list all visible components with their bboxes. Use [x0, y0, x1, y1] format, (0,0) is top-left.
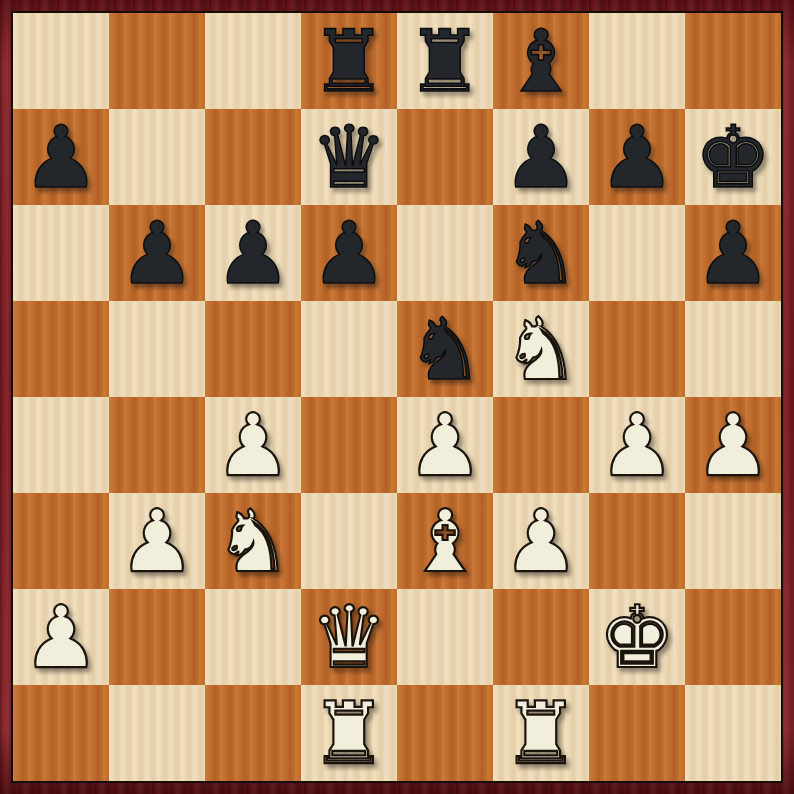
piece-black-pawn[interactable]: ♟ — [205, 205, 301, 301]
piece-white-rook[interactable]: ♜ — [301, 685, 397, 781]
square-a3[interactable] — [13, 493, 109, 589]
square-d7[interactable]: ♛ — [301, 109, 397, 205]
square-d5[interactable] — [301, 301, 397, 397]
square-b8[interactable] — [109, 13, 205, 109]
piece-black-bishop[interactable]: ♝ — [493, 13, 589, 109]
piece-black-pawn[interactable]: ♟ — [493, 109, 589, 205]
square-c8[interactable] — [205, 13, 301, 109]
piece-black-knight[interactable]: ♞ — [493, 205, 589, 301]
piece-white-rook[interactable]: ♜ — [493, 685, 589, 781]
piece-white-pawn[interactable]: ♟ — [397, 397, 493, 493]
square-e4[interactable]: ♟ — [397, 397, 493, 493]
piece-black-pawn[interactable]: ♟ — [109, 205, 205, 301]
square-h1[interactable] — [685, 685, 781, 781]
square-d8[interactable]: ♜ — [301, 13, 397, 109]
square-e6[interactable] — [397, 205, 493, 301]
piece-black-queen[interactable]: ♛ — [301, 109, 397, 205]
square-c7[interactable] — [205, 109, 301, 205]
square-g5[interactable] — [589, 301, 685, 397]
square-d6[interactable]: ♟ — [301, 205, 397, 301]
square-g1[interactable] — [589, 685, 685, 781]
square-f3[interactable]: ♟ — [493, 493, 589, 589]
piece-white-pawn[interactable]: ♟ — [205, 397, 301, 493]
piece-white-pawn[interactable]: ♟ — [493, 493, 589, 589]
square-a5[interactable] — [13, 301, 109, 397]
square-a7[interactable]: ♟ — [13, 109, 109, 205]
square-h3[interactable] — [685, 493, 781, 589]
piece-black-rook[interactable]: ♜ — [397, 13, 493, 109]
square-e7[interactable] — [397, 109, 493, 205]
square-g8[interactable] — [589, 13, 685, 109]
square-c1[interactable] — [205, 685, 301, 781]
square-h2[interactable] — [685, 589, 781, 685]
square-c4[interactable]: ♟ — [205, 397, 301, 493]
square-g6[interactable] — [589, 205, 685, 301]
square-c5[interactable] — [205, 301, 301, 397]
piece-black-pawn[interactable]: ♟ — [13, 109, 109, 205]
square-f2[interactable] — [493, 589, 589, 685]
square-b2[interactable] — [109, 589, 205, 685]
square-d4[interactable] — [301, 397, 397, 493]
square-f7[interactable]: ♟ — [493, 109, 589, 205]
piece-white-pawn[interactable]: ♟ — [13, 589, 109, 685]
square-b7[interactable] — [109, 109, 205, 205]
piece-white-pawn[interactable]: ♟ — [589, 397, 685, 493]
piece-white-knight[interactable]: ♞ — [493, 301, 589, 397]
square-f8[interactable]: ♝ — [493, 13, 589, 109]
board: ♜♜♝♟♛♟♟♚♟♟♟♞♟♞♞♟♟♟♟♟♞♝♟♟♛♚♜♜ — [11, 11, 783, 783]
square-b4[interactable] — [109, 397, 205, 493]
square-a4[interactable] — [13, 397, 109, 493]
piece-white-pawn[interactable]: ♟ — [685, 397, 781, 493]
square-e2[interactable] — [397, 589, 493, 685]
square-f5[interactable]: ♞ — [493, 301, 589, 397]
square-a2[interactable]: ♟ — [13, 589, 109, 685]
square-b5[interactable] — [109, 301, 205, 397]
square-h7[interactable]: ♚ — [685, 109, 781, 205]
square-d1[interactable]: ♜ — [301, 685, 397, 781]
square-b1[interactable] — [109, 685, 205, 781]
square-f6[interactable]: ♞ — [493, 205, 589, 301]
piece-white-pawn[interactable]: ♟ — [109, 493, 205, 589]
piece-white-knight[interactable]: ♞ — [205, 493, 301, 589]
piece-black-rook[interactable]: ♜ — [301, 13, 397, 109]
square-g2[interactable]: ♚ — [589, 589, 685, 685]
square-h4[interactable]: ♟ — [685, 397, 781, 493]
piece-black-king[interactable]: ♚ — [685, 109, 781, 205]
square-c2[interactable] — [205, 589, 301, 685]
piece-black-pawn[interactable]: ♟ — [685, 205, 781, 301]
square-g4[interactable]: ♟ — [589, 397, 685, 493]
square-e1[interactable] — [397, 685, 493, 781]
square-h6[interactable]: ♟ — [685, 205, 781, 301]
square-h8[interactable] — [685, 13, 781, 109]
board-frame: ♜♜♝♟♛♟♟♚♟♟♟♞♟♞♞♟♟♟♟♟♞♝♟♟♛♚♜♜ — [0, 0, 794, 794]
square-e3[interactable]: ♝ — [397, 493, 493, 589]
square-b6[interactable]: ♟ — [109, 205, 205, 301]
piece-black-pawn[interactable]: ♟ — [589, 109, 685, 205]
piece-black-knight[interactable]: ♞ — [397, 301, 493, 397]
square-d3[interactable] — [301, 493, 397, 589]
square-f1[interactable]: ♜ — [493, 685, 589, 781]
square-d2[interactable]: ♛ — [301, 589, 397, 685]
piece-black-pawn[interactable]: ♟ — [301, 205, 397, 301]
square-e5[interactable]: ♞ — [397, 301, 493, 397]
square-a6[interactable] — [13, 205, 109, 301]
square-e8[interactable]: ♜ — [397, 13, 493, 109]
square-h5[interactable] — [685, 301, 781, 397]
piece-white-king[interactable]: ♚ — [589, 589, 685, 685]
square-c6[interactable]: ♟ — [205, 205, 301, 301]
square-c3[interactable]: ♞ — [205, 493, 301, 589]
square-f4[interactable] — [493, 397, 589, 493]
square-g3[interactable] — [589, 493, 685, 589]
square-a8[interactable] — [13, 13, 109, 109]
square-a1[interactable] — [13, 685, 109, 781]
square-g7[interactable]: ♟ — [589, 109, 685, 205]
piece-white-bishop[interactable]: ♝ — [397, 493, 493, 589]
piece-white-queen[interactable]: ♛ — [301, 589, 397, 685]
square-b3[interactable]: ♟ — [109, 493, 205, 589]
